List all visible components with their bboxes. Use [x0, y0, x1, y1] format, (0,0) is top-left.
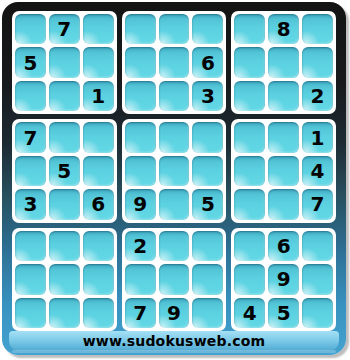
block-7	[12, 228, 117, 331]
block-1: 751	[12, 11, 117, 114]
cell-r9c9[interactable]	[302, 298, 333, 328]
cell-r3c7[interactable]	[234, 81, 265, 111]
cell-r3c5[interactable]	[159, 81, 190, 111]
cell-r2c6[interactable]: 6	[192, 47, 223, 77]
cell-r1c9[interactable]	[302, 14, 333, 44]
cell-r1c3[interactable]	[83, 14, 114, 44]
cell-r6c8[interactable]	[268, 189, 299, 219]
block-2: 63	[122, 11, 227, 114]
cell-r5c9[interactable]: 4	[302, 156, 333, 186]
cell-r9c4[interactable]: 7	[125, 298, 156, 328]
cell-r4c7[interactable]	[234, 122, 265, 152]
cell-r4c1[interactable]: 7	[15, 122, 46, 152]
cell-r4c9[interactable]: 1	[302, 122, 333, 152]
cell-r7c4[interactable]: 2	[125, 231, 156, 261]
cell-r5c7[interactable]	[234, 156, 265, 186]
cell-r8c5[interactable]	[159, 264, 190, 294]
cell-r6c6[interactable]: 5	[192, 189, 223, 219]
site-url-link[interactable]: www.sudokusweb.com	[83, 333, 266, 349]
cell-r5c4[interactable]	[125, 156, 156, 186]
cell-r3c4[interactable]	[125, 81, 156, 111]
cell-r8c6[interactable]	[192, 264, 223, 294]
cell-r2c3[interactable]	[83, 47, 114, 77]
cell-r4c2[interactable]	[49, 122, 80, 152]
cell-r2c5[interactable]	[159, 47, 190, 77]
cell-r7c6[interactable]	[192, 231, 223, 261]
cell-r2c4[interactable]	[125, 47, 156, 77]
cell-r6c9[interactable]: 7	[302, 189, 333, 219]
cell-r1c7[interactable]	[234, 14, 265, 44]
cell-r4c3[interactable]	[83, 122, 114, 152]
cell-r2c1[interactable]: 5	[15, 47, 46, 77]
cell-r1c1[interactable]	[15, 14, 46, 44]
cell-r5c2[interactable]: 5	[49, 156, 80, 186]
cell-r5c3[interactable]	[83, 156, 114, 186]
cell-r8c3[interactable]	[83, 264, 114, 294]
cell-r7c9[interactable]	[302, 231, 333, 261]
cell-r3c1[interactable]	[15, 81, 46, 111]
board-frame: 75163827536951472796945 www.sudokusweb.c…	[2, 2, 346, 355]
block-3: 82	[231, 11, 336, 114]
cell-r2c7[interactable]	[234, 47, 265, 77]
block-4: 7536	[12, 119, 117, 222]
cell-r6c7[interactable]	[234, 189, 265, 219]
cell-r7c3[interactable]	[83, 231, 114, 261]
cell-r9c7[interactable]: 4	[234, 298, 265, 328]
cell-r5c1[interactable]	[15, 156, 46, 186]
cell-r8c9[interactable]	[302, 264, 333, 294]
cell-r1c8[interactable]: 8	[268, 14, 299, 44]
cell-r3c9[interactable]: 2	[302, 81, 333, 111]
cell-r1c4[interactable]	[125, 14, 156, 44]
block-9: 6945	[231, 228, 336, 331]
cell-r7c5[interactable]	[159, 231, 190, 261]
cell-r3c3[interactable]: 1	[83, 81, 114, 111]
cell-r9c3[interactable]	[83, 298, 114, 328]
cell-r6c4[interactable]: 9	[125, 189, 156, 219]
cell-r6c3[interactable]: 6	[83, 189, 114, 219]
block-6: 147	[231, 119, 336, 222]
cell-r4c8[interactable]	[268, 122, 299, 152]
cell-r1c5[interactable]	[159, 14, 190, 44]
cell-r8c8[interactable]: 9	[268, 264, 299, 294]
cell-r2c8[interactable]	[268, 47, 299, 77]
cell-r4c5[interactable]	[159, 122, 190, 152]
cell-r7c2[interactable]	[49, 231, 80, 261]
cell-r2c9[interactable]	[302, 47, 333, 77]
cell-r1c6[interactable]	[192, 14, 223, 44]
cell-r4c6[interactable]	[192, 122, 223, 152]
footer-bar: www.sudokusweb.com	[9, 331, 339, 351]
cell-r7c1[interactable]	[15, 231, 46, 261]
cell-r9c6[interactable]	[192, 298, 223, 328]
cell-r9c8[interactable]: 5	[268, 298, 299, 328]
cell-r2c2[interactable]	[49, 47, 80, 77]
cell-r7c8[interactable]: 6	[268, 231, 299, 261]
cell-r3c2[interactable]	[49, 81, 80, 111]
cell-r6c2[interactable]	[49, 189, 80, 219]
block-5: 95	[122, 119, 227, 222]
cell-r1c2[interactable]: 7	[49, 14, 80, 44]
cell-r5c6[interactable]	[192, 156, 223, 186]
cell-r3c6[interactable]: 3	[192, 81, 223, 111]
cell-r7c7[interactable]	[234, 231, 265, 261]
cell-r4c4[interactable]	[125, 122, 156, 152]
cell-r8c4[interactable]	[125, 264, 156, 294]
cell-r8c1[interactable]	[15, 264, 46, 294]
block-8: 279	[122, 228, 227, 331]
cell-r5c5[interactable]	[159, 156, 190, 186]
cell-r5c8[interactable]	[268, 156, 299, 186]
cell-r9c5[interactable]: 9	[159, 298, 190, 328]
cell-r6c5[interactable]	[159, 189, 190, 219]
cell-r9c1[interactable]	[15, 298, 46, 328]
sudoku-board: 75163827536951472796945	[12, 11, 336, 331]
cell-r8c2[interactable]	[49, 264, 80, 294]
cell-r6c1[interactable]: 3	[15, 189, 46, 219]
cell-r3c8[interactable]	[268, 81, 299, 111]
cell-r9c2[interactable]	[49, 298, 80, 328]
cell-r8c7[interactable]	[234, 264, 265, 294]
